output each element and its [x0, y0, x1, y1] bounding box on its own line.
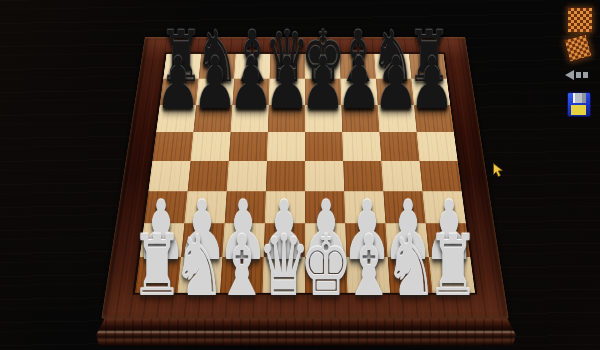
- board-3d-icon: [563, 33, 592, 62]
- square-a5[interactable]: [152, 132, 193, 161]
- undo-arrow-head: [565, 70, 574, 80]
- view-3d-button[interactable]: [566, 36, 590, 60]
- app-window: ♜♞♝♛♚♝♞♜♟♟♟♟♟♟♟♟♟♟♟♟♟♟♟♟♜♞♝♛♚♝♞♜: [0, 0, 600, 350]
- square-d5[interactable]: [267, 132, 305, 161]
- floppy-disk-icon: [567, 92, 591, 117]
- save-game-button[interactable]: [567, 92, 591, 117]
- undo-arrow-dash: [576, 72, 581, 78]
- square-f5[interactable]: [342, 132, 381, 161]
- board-2d-icon: [567, 7, 593, 33]
- undo-arrow-icon: [565, 70, 591, 80]
- board-front-edge: [96, 319, 516, 346]
- cursor-arrow-shape: [494, 164, 503, 177]
- view-2d-button[interactable]: [567, 7, 593, 33]
- undo-arrow-dash: [583, 72, 588, 78]
- square-e5[interactable]: [305, 132, 343, 161]
- mouse-cursor: [493, 163, 505, 178]
- square-c5[interactable]: [229, 132, 268, 161]
- piece-white-rook-h1[interactable]: ♜: [427, 224, 480, 308]
- square-g5[interactable]: [379, 132, 419, 161]
- undo-move-button[interactable]: [565, 69, 591, 81]
- piece-black-pawn-h7[interactable]: ♟: [409, 47, 454, 119]
- square-h5[interactable]: [417, 132, 458, 161]
- square-b5[interactable]: [191, 132, 231, 161]
